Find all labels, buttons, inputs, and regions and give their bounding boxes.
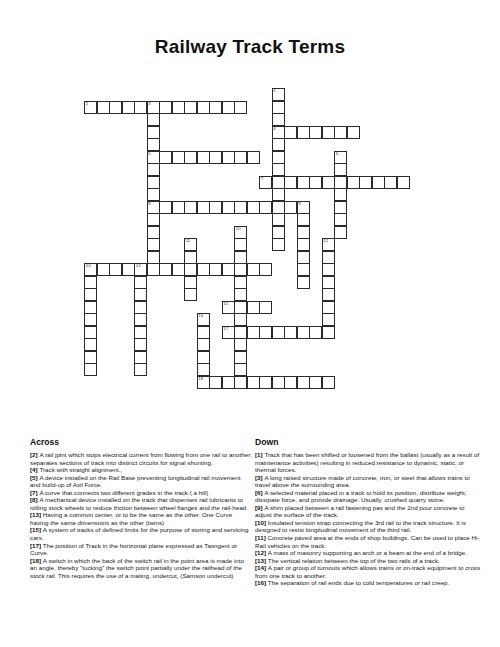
grid-cell[interactable]	[247, 376, 260, 389]
grid-cell[interactable]	[272, 176, 285, 189]
grid-cell[interactable]	[122, 263, 135, 276]
grid-cell[interactable]	[209, 151, 222, 164]
clue-number: 14	[136, 264, 141, 269]
clue-item: [9] A shim placed between a rail fasteni…	[255, 504, 481, 519]
grid-cell[interactable]	[197, 263, 210, 276]
grid-cell[interactable]	[309, 376, 322, 389]
down-clues-section: Down [1] Track that has been shifted or …	[255, 437, 481, 587]
grid-cell[interactable]	[259, 263, 272, 276]
grid-cell[interactable]	[234, 338, 247, 351]
grid-cell[interactable]	[147, 238, 160, 251]
grid-cell[interactable]	[222, 101, 235, 114]
grid-cell[interactable]: 10	[234, 226, 247, 239]
grid-cell[interactable]: 4	[272, 126, 285, 139]
grid-cell[interactable]	[359, 176, 372, 189]
grid-cell[interactable]	[197, 101, 210, 114]
grid-cell[interactable]	[334, 213, 347, 226]
grid-cell[interactable]	[309, 126, 322, 139]
grid-cell[interactable]	[247, 151, 260, 164]
grid-cell[interactable]	[284, 126, 297, 139]
grid-cell[interactable]	[247, 326, 260, 339]
grid-cell[interactable]	[172, 201, 185, 214]
grid-cell[interactable]	[334, 163, 347, 176]
clue-item: [11] Concrete paved area at the ends of …	[255, 534, 481, 549]
grid-cell[interactable]	[197, 201, 210, 214]
grid-cell[interactable]	[259, 201, 272, 214]
grid-cell[interactable]	[297, 326, 310, 339]
clue-number: 7	[261, 177, 263, 182]
grid-cell[interactable]	[147, 113, 160, 126]
grid-cell[interactable]	[197, 326, 210, 339]
clue-number: 9	[298, 202, 300, 207]
grid-cell[interactable]	[334, 201, 347, 214]
grid-cell[interactable]	[234, 276, 247, 289]
grid-cell[interactable]	[234, 313, 247, 326]
grid-cell[interactable]	[334, 176, 347, 189]
grid-cell[interactable]	[209, 101, 222, 114]
grid-cell[interactable]	[322, 301, 335, 314]
grid-cell[interactable]	[184, 101, 197, 114]
grid-cell[interactable]	[272, 163, 285, 176]
clue-number: 11	[186, 239, 190, 244]
grid-cell[interactable]	[172, 151, 185, 164]
crossword-grid: 123456789101112131415161718	[84, 88, 410, 389]
grid-cell[interactable]	[147, 163, 160, 176]
grid-cell[interactable]	[209, 263, 222, 276]
grid-cell[interactable]	[134, 351, 147, 364]
grid-cell[interactable]	[247, 201, 260, 214]
grid-cell[interactable]	[172, 101, 185, 114]
clue-number: 5	[148, 152, 150, 157]
grid-cell[interactable]	[284, 376, 297, 389]
grid-cell[interactable]	[234, 301, 247, 314]
clue-item: [14] A pair or group of turnouts which a…	[255, 564, 481, 579]
grid-cell[interactable]	[322, 126, 335, 139]
grid-cell[interactable]: 14	[134, 263, 147, 276]
grid-cell[interactable]	[172, 263, 185, 276]
grid-cell[interactable]	[322, 288, 335, 301]
grid-cell[interactable]	[122, 101, 135, 114]
across-clues-list: [2] A rail jpint which stops electrical …	[30, 451, 252, 579]
grid-cell[interactable]	[272, 101, 285, 114]
grid-cell[interactable]	[222, 201, 235, 214]
grid-cell[interactable]	[272, 113, 285, 126]
grid-cell[interactable]	[84, 288, 97, 301]
grid-cell[interactable]	[322, 251, 335, 264]
grid-cell[interactable]	[147, 138, 160, 151]
down-heading: Down	[255, 437, 481, 447]
grid-cell[interactable]: 13	[84, 263, 97, 276]
clue-item: [2] A rail jpint which stops electrical …	[30, 451, 252, 466]
grid-cell[interactable]	[297, 176, 310, 189]
grid-cell[interactable]	[334, 126, 347, 139]
grid-cell[interactable]: 15	[222, 301, 235, 314]
grid-cell[interactable]	[322, 326, 335, 339]
grid-cell[interactable]	[184, 251, 197, 264]
clue-number: 1	[273, 89, 275, 94]
grid-cell[interactable]	[184, 151, 197, 164]
grid-cell[interactable]	[247, 301, 260, 314]
clue-number: 6	[336, 152, 338, 157]
clue-number: 10	[236, 227, 241, 232]
grid-cell[interactable]: 8	[147, 201, 160, 214]
grid-cell[interactable]	[184, 276, 197, 289]
grid-cell[interactable]	[234, 238, 247, 251]
grid-cell[interactable]	[147, 126, 160, 139]
clue-number: 2	[86, 102, 88, 107]
grid-cell[interactable]	[334, 188, 347, 201]
grid-cell[interactable]	[147, 263, 160, 276]
grid-cell[interactable]	[297, 251, 310, 264]
clue-number: 8	[148, 202, 150, 207]
grid-cell[interactable]	[134, 313, 147, 326]
grid-cell[interactable]	[222, 376, 235, 389]
grid-cell[interactable]	[184, 201, 197, 214]
grid-cell[interactable]: 9	[297, 201, 310, 214]
grid-cell[interactable]	[234, 351, 247, 364]
grid-cell[interactable]	[234, 363, 247, 376]
grid-cell[interactable]	[272, 138, 285, 151]
grid-cell[interactable]	[84, 351, 97, 364]
grid-cell[interactable]	[322, 276, 335, 289]
grid-cell[interactable]	[84, 338, 97, 351]
grid-cell[interactable]	[234, 251, 247, 264]
grid-cell[interactable]	[84, 313, 97, 326]
grid-cell[interactable]	[284, 176, 297, 189]
grid-cell[interactable]	[197, 351, 210, 364]
grid-cell[interactable]	[259, 376, 272, 389]
grid-cell[interactable]	[234, 151, 247, 164]
grid-cell[interactable]	[147, 176, 160, 189]
clue-item: [12] A mass of masonry supporting an arc…	[255, 549, 481, 557]
grid-cell[interactable]	[147, 213, 160, 226]
grid-cell[interactable]	[259, 301, 272, 314]
grid-cell[interactable]	[259, 326, 272, 339]
grid-cell[interactable]	[84, 276, 97, 289]
grid-cell[interactable]: 3	[147, 101, 160, 114]
grid-cell[interactable]	[297, 126, 310, 139]
grid-cell[interactable]	[97, 101, 110, 114]
grid-cell[interactable]: 12	[322, 238, 335, 251]
grid-cell[interactable]	[84, 301, 97, 314]
clue-number: 4	[273, 127, 275, 132]
grid-cell[interactable]	[97, 263, 110, 276]
grid-cell[interactable]	[272, 238, 285, 251]
grid-cell[interactable]	[159, 263, 172, 276]
grid-cell[interactable]: 17	[222, 326, 235, 339]
clue-number: 13	[86, 264, 91, 269]
grid-cell[interactable]	[322, 176, 335, 189]
grid-cell[interactable]: 16	[197, 313, 210, 326]
grid-cell[interactable]: 18	[197, 376, 210, 389]
grid-cell[interactable]	[134, 301, 147, 314]
grid-cell[interactable]	[184, 288, 197, 301]
clue-item: [18] A switch in which the back of the s…	[30, 557, 252, 580]
grid-cell[interactable]	[297, 276, 310, 289]
grid-cell[interactable]	[334, 226, 347, 239]
clue-item: [3] A long raised structure made of conc…	[255, 474, 481, 489]
across-clues-section: Across [2] A rail jpint which stops elec…	[30, 437, 252, 579]
grid-cell[interactable]	[384, 176, 397, 189]
grid-cell[interactable]: 2	[84, 101, 97, 114]
grid-cell[interactable]	[397, 176, 410, 189]
grid-cell[interactable]	[297, 263, 310, 276]
grid-cell[interactable]	[297, 238, 310, 251]
grid-cell[interactable]	[147, 251, 160, 264]
grid-cell[interactable]	[197, 338, 210, 351]
grid-cell[interactable]	[297, 226, 310, 239]
clue-item: [6] A selected material placed in a trac…	[255, 489, 481, 504]
grid-cell[interactable]	[272, 226, 285, 239]
grid-cell[interactable]: 11	[184, 238, 197, 251]
grid-cell[interactable]	[159, 151, 172, 164]
grid-cell[interactable]	[197, 363, 210, 376]
clue-number: 17	[223, 327, 228, 332]
clue-number: 18	[198, 377, 203, 382]
grid-cell[interactable]	[272, 376, 285, 389]
grid-cell[interactable]: 7	[259, 176, 272, 189]
clue-item: [10] Insulated tension strap connecting …	[255, 519, 481, 534]
grid-cell[interactable]	[197, 151, 210, 164]
grid-cell[interactable]	[309, 326, 322, 339]
clue-item: [13] Having a common center, or to be th…	[30, 511, 252, 526]
grid-cell[interactable]	[322, 313, 335, 326]
across-heading: Across	[30, 437, 252, 447]
grid-cell[interactable]	[134, 276, 147, 289]
grid-cell[interactable]	[272, 151, 285, 164]
clue-item: [7] A curve that connects two different …	[30, 489, 252, 497]
grid-cell[interactable]	[147, 188, 160, 201]
grid-cell[interactable]	[297, 376, 310, 389]
grid-cell[interactable]	[209, 201, 222, 214]
grid-cell[interactable]	[184, 263, 197, 276]
grid-cell[interactable]	[322, 263, 335, 276]
grid-cell[interactable]	[134, 101, 147, 114]
grid-cell[interactable]	[159, 101, 172, 114]
grid-cell[interactable]	[234, 288, 247, 301]
grid-cell[interactable]	[134, 288, 147, 301]
clue-number: 16	[198, 314, 203, 319]
grid-cell[interactable]	[272, 201, 285, 214]
grid-cell[interactable]	[272, 188, 285, 201]
grid-cell[interactable]: 5	[147, 151, 160, 164]
grid-cell[interactable]	[347, 176, 360, 189]
grid-cell[interactable]	[222, 263, 235, 276]
grid-cell[interactable]	[272, 213, 285, 226]
grid-cell[interactable]	[209, 376, 222, 389]
clue-item: [5] A device installed on the Rail Base …	[30, 474, 252, 489]
clue-item: [4] Track with straight alignment.,	[30, 466, 252, 474]
clue-item: [15] A system of tracks of defined limit…	[30, 526, 252, 541]
grid-cell[interactable]	[84, 363, 97, 376]
grid-cell[interactable]	[284, 201, 297, 214]
grid-cell[interactable]	[234, 263, 247, 276]
grid-cell[interactable]	[109, 101, 122, 114]
grid-cell[interactable]	[234, 376, 247, 389]
clue-number: 12	[323, 239, 328, 244]
grid-cell[interactable]: 1	[272, 88, 285, 101]
grid-cell[interactable]	[322, 376, 335, 389]
grid-cell[interactable]	[222, 151, 235, 164]
grid-cell[interactable]	[84, 326, 97, 339]
page-title: Railway Track Terms	[0, 36, 500, 58]
grid-cell[interactable]	[372, 176, 385, 189]
grid-cell[interactable]	[134, 338, 147, 351]
grid-cell[interactable]	[234, 101, 247, 114]
clue-item: [16] The separation of rail ends due to …	[255, 579, 481, 587]
clue-number: 15	[223, 302, 228, 307]
clue-item: [13] The vertical relation between the t…	[255, 557, 481, 565]
grid-cell[interactable]	[297, 213, 310, 226]
grid-cell[interactable]	[147, 226, 160, 239]
grid-cell[interactable]	[347, 126, 360, 139]
grid-cell[interactable]	[272, 326, 285, 339]
grid-cell[interactable]	[247, 263, 260, 276]
grid-cell[interactable]	[134, 326, 147, 339]
grid-cell[interactable]	[234, 201, 247, 214]
grid-cell[interactable]	[134, 363, 147, 376]
grid-cell[interactable]	[109, 263, 122, 276]
clue-item: [8] A mechanical device installed on the…	[30, 496, 252, 511]
grid-cell[interactable]: 6	[334, 151, 347, 164]
grid-cell[interactable]	[284, 326, 297, 339]
grid-cell[interactable]	[159, 201, 172, 214]
clue-number: 3	[148, 102, 150, 107]
down-clues-list: [1] Track that has been shifted or loose…	[255, 451, 481, 587]
grid-cell[interactable]	[309, 176, 322, 189]
clue-item: [1] Track that has been shifted or loose…	[255, 451, 481, 474]
clue-item: [17] The position of Track in the horizo…	[30, 542, 252, 557]
grid-cell[interactable]	[234, 326, 247, 339]
